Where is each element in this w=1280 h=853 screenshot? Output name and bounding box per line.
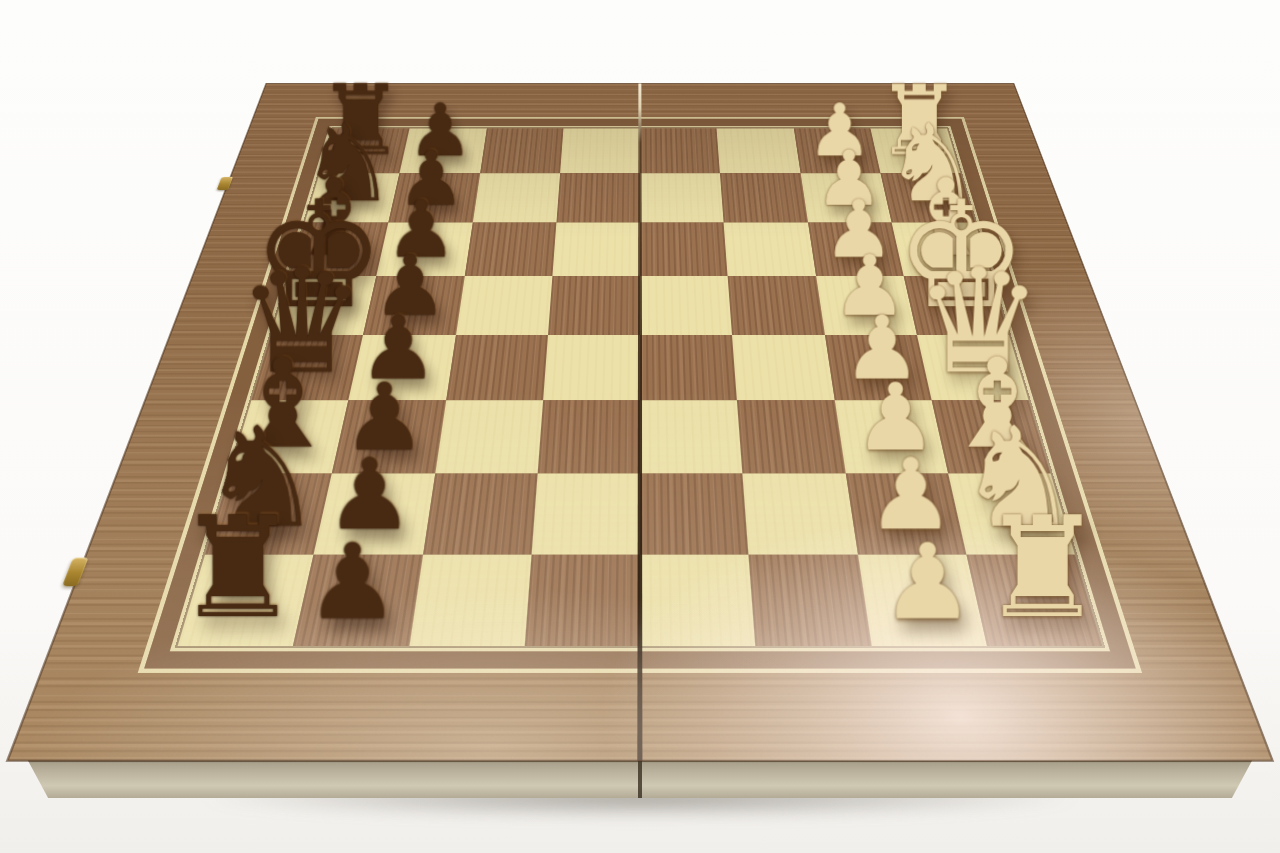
square-a4[interactable] bbox=[640, 554, 756, 646]
square-a2[interactable]: ♟ bbox=[857, 554, 986, 646]
square-c6[interactable] bbox=[435, 400, 543, 473]
square-g4[interactable] bbox=[640, 173, 724, 222]
square-b5[interactable] bbox=[531, 473, 640, 554]
square-d6[interactable] bbox=[446, 335, 548, 400]
square-e5[interactable] bbox=[548, 276, 640, 335]
square-f3[interactable] bbox=[724, 222, 816, 276]
square-f4[interactable] bbox=[640, 222, 728, 276]
square-a6[interactable] bbox=[409, 554, 531, 646]
square-d5[interactable] bbox=[543, 335, 640, 400]
square-c4[interactable] bbox=[640, 400, 743, 473]
square-d3[interactable] bbox=[732, 335, 834, 400]
square-d4[interactable] bbox=[640, 335, 737, 400]
square-c3[interactable] bbox=[737, 400, 845, 473]
square-a3[interactable] bbox=[749, 554, 871, 646]
piece-black-rook[interactable]: ♜ bbox=[176, 501, 301, 633]
piece-white-pawn[interactable]: ♟ bbox=[880, 534, 974, 633]
board-scene: ♜♟♟♜♞♟♟♞♝♟♟♝♚♟♟♚♛♟♟♛♝♟♟♝♞♟♟♞♜♟♟♜ bbox=[0, 0, 1280, 853]
square-c5[interactable] bbox=[537, 400, 640, 473]
square-f6[interactable] bbox=[464, 222, 556, 276]
square-a8[interactable]: ♜ bbox=[178, 554, 314, 646]
square-b3[interactable] bbox=[743, 473, 858, 554]
square-g3[interactable] bbox=[720, 173, 807, 222]
square-e3[interactable] bbox=[728, 276, 825, 335]
piece-white-rook[interactable]: ♜ bbox=[979, 501, 1104, 633]
chess-board: ♜♟♟♜♞♟♟♞♝♟♟♝♚♟♟♚♛♟♟♛♝♟♟♝♞♟♟♞♜♟♟♜ bbox=[7, 83, 1272, 760]
square-e6[interactable] bbox=[456, 276, 553, 335]
piece-black-pawn[interactable]: ♟ bbox=[306, 534, 400, 633]
square-g5[interactable] bbox=[556, 173, 640, 222]
square-f5[interactable] bbox=[552, 222, 640, 276]
square-b4[interactable] bbox=[640, 473, 749, 554]
square-g6[interactable] bbox=[472, 173, 559, 222]
square-a7[interactable]: ♟ bbox=[293, 554, 422, 646]
square-a1[interactable]: ♜ bbox=[966, 554, 1102, 646]
photo-stage: ♜♟♟♜♞♟♟♞♝♟♟♝♚♟♟♚♛♟♟♛♝♟♟♝♞♟♟♞♜♟♟♜ bbox=[0, 0, 1280, 853]
square-a5[interactable] bbox=[524, 554, 640, 646]
square-e4[interactable] bbox=[640, 276, 732, 335]
square-b6[interactable] bbox=[423, 473, 538, 554]
